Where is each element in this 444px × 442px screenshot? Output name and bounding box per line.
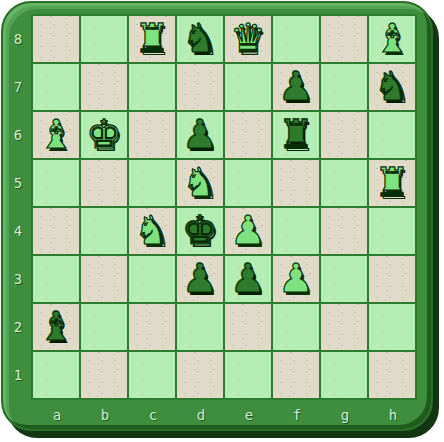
square-d7[interactable] — [177, 64, 223, 110]
square-c4[interactable]: ♞ — [129, 208, 175, 254]
chess-app: ♜♞♛♝♟♞♝♚♟♜♞♜♞♚♟♟♟♟♝ 87654321 abcdefgh — [0, 0, 444, 442]
square-c6[interactable] — [129, 112, 175, 158]
square-h5[interactable]: ♜ — [369, 160, 415, 206]
rank-label-6: 6 — [8, 111, 28, 159]
square-h2[interactable] — [369, 304, 415, 350]
square-b4[interactable] — [81, 208, 127, 254]
piece-black-king[interactable]: ♚ — [182, 208, 218, 252]
square-f8[interactable] — [273, 16, 319, 62]
square-h1[interactable] — [369, 352, 415, 398]
square-a6[interactable]: ♝ — [33, 112, 79, 158]
piece-black-knight[interactable]: ♞ — [374, 64, 410, 108]
file-label-f: f — [273, 403, 321, 427]
square-b7[interactable] — [81, 64, 127, 110]
square-g5[interactable] — [321, 160, 367, 206]
piece-white-knight[interactable]: ♞ — [134, 208, 170, 252]
file-label-b: b — [81, 403, 129, 427]
square-d8[interactable]: ♞ — [177, 16, 223, 62]
piece-white-pawn[interactable]: ♟ — [278, 256, 314, 300]
piece-white-queen[interactable]: ♛ — [230, 16, 266, 60]
file-label-e: e — [225, 403, 273, 427]
rank-label-1: 1 — [8, 351, 28, 399]
file-label-c: c — [129, 403, 177, 427]
square-e6[interactable] — [225, 112, 271, 158]
square-g1[interactable] — [321, 352, 367, 398]
piece-black-pawn[interactable]: ♟ — [182, 256, 218, 300]
file-label-a: a — [33, 403, 81, 427]
square-e7[interactable] — [225, 64, 271, 110]
piece-black-pawn[interactable]: ♟ — [182, 112, 218, 156]
square-d6[interactable]: ♟ — [177, 112, 223, 158]
square-g6[interactable] — [321, 112, 367, 158]
rank-label-5: 5 — [8, 159, 28, 207]
square-f3[interactable]: ♟ — [273, 256, 319, 302]
square-d4[interactable]: ♚ — [177, 208, 223, 254]
square-f4[interactable] — [273, 208, 319, 254]
rank-label-3: 3 — [8, 255, 28, 303]
rank-label-8: 8 — [8, 15, 28, 63]
square-b3[interactable] — [81, 256, 127, 302]
square-a2[interactable]: ♝ — [33, 304, 79, 350]
piece-white-bishop[interactable]: ♝ — [374, 16, 410, 60]
square-c8[interactable]: ♜ — [129, 16, 175, 62]
piece-white-king[interactable]: ♚ — [86, 112, 122, 156]
square-b5[interactable] — [81, 160, 127, 206]
square-g3[interactable] — [321, 256, 367, 302]
square-d3[interactable]: ♟ — [177, 256, 223, 302]
file-label-g: g — [321, 403, 369, 427]
square-c2[interactable] — [129, 304, 175, 350]
piece-white-rook[interactable]: ♜ — [134, 16, 170, 60]
square-g8[interactable] — [321, 16, 367, 62]
square-f2[interactable] — [273, 304, 319, 350]
square-h3[interactable] — [369, 256, 415, 302]
piece-white-rook[interactable]: ♜ — [374, 160, 410, 204]
square-e1[interactable] — [225, 352, 271, 398]
square-g7[interactable] — [321, 64, 367, 110]
square-f7[interactable]: ♟ — [273, 64, 319, 110]
square-h8[interactable]: ♝ — [369, 16, 415, 62]
square-h6[interactable] — [369, 112, 415, 158]
piece-black-knight[interactable]: ♞ — [182, 16, 218, 60]
square-f6[interactable]: ♜ — [273, 112, 319, 158]
square-c1[interactable] — [129, 352, 175, 398]
rank-label-4: 4 — [8, 207, 28, 255]
square-g4[interactable] — [321, 208, 367, 254]
square-e2[interactable] — [225, 304, 271, 350]
square-d1[interactable] — [177, 352, 223, 398]
square-e3[interactable]: ♟ — [225, 256, 271, 302]
square-a3[interactable] — [33, 256, 79, 302]
square-b2[interactable] — [81, 304, 127, 350]
piece-black-pawn[interactable]: ♟ — [230, 256, 266, 300]
square-d5[interactable]: ♞ — [177, 160, 223, 206]
square-f1[interactable] — [273, 352, 319, 398]
piece-black-pawn[interactable]: ♟ — [278, 64, 314, 108]
square-e4[interactable]: ♟ — [225, 208, 271, 254]
square-a8[interactable] — [33, 16, 79, 62]
rank-label-7: 7 — [8, 63, 28, 111]
square-h4[interactable] — [369, 208, 415, 254]
file-label-d: d — [177, 403, 225, 427]
square-b6[interactable]: ♚ — [81, 112, 127, 158]
square-a7[interactable] — [33, 64, 79, 110]
square-e8[interactable]: ♛ — [225, 16, 271, 62]
square-a1[interactable] — [33, 352, 79, 398]
square-h7[interactable]: ♞ — [369, 64, 415, 110]
piece-black-bishop[interactable]: ♝ — [38, 304, 74, 348]
square-a4[interactable] — [33, 208, 79, 254]
square-a5[interactable] — [33, 160, 79, 206]
rank-label-2: 2 — [8, 303, 28, 351]
square-d2[interactable] — [177, 304, 223, 350]
square-b8[interactable] — [81, 16, 127, 62]
piece-white-bishop[interactable]: ♝ — [38, 112, 74, 156]
square-e5[interactable] — [225, 160, 271, 206]
square-f5[interactable] — [273, 160, 319, 206]
square-g2[interactable] — [321, 304, 367, 350]
square-c7[interactable] — [129, 64, 175, 110]
piece-black-rook[interactable]: ♜ — [278, 112, 314, 156]
piece-white-knight[interactable]: ♞ — [182, 160, 218, 204]
square-c5[interactable] — [129, 160, 175, 206]
board-grid: ♜♞♛♝♟♞♝♚♟♜♞♜♞♚♟♟♟♟♝ — [31, 14, 417, 400]
square-c3[interactable] — [129, 256, 175, 302]
file-label-h: h — [369, 403, 417, 427]
square-b1[interactable] — [81, 352, 127, 398]
piece-white-pawn[interactable]: ♟ — [230, 208, 266, 252]
